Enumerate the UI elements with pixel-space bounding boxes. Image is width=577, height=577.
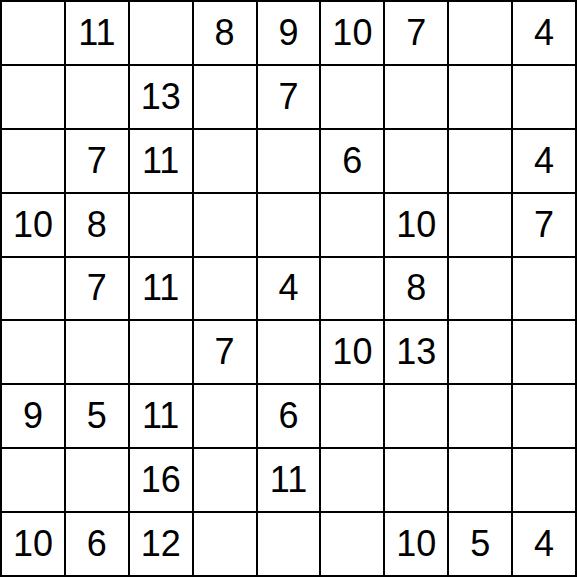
- cell-r4c9-clue[interactable]: 7: [513, 194, 575, 256]
- cell-r3c6-clue[interactable]: 6: [321, 130, 383, 192]
- cell-r5c1-empty[interactable]: [2, 258, 64, 320]
- cell-r1c1-empty[interactable]: [2, 2, 64, 64]
- cell-r4c3-empty[interactable]: [130, 194, 192, 256]
- cell-r5c7-clue[interactable]: 8: [385, 258, 447, 320]
- cell-r2c4-empty[interactable]: [194, 66, 256, 128]
- cell-r3c3-clue[interactable]: 11: [130, 130, 192, 192]
- cell-r4c6-empty[interactable]: [321, 194, 383, 256]
- cell-r1c2-clue[interactable]: 11: [66, 2, 128, 64]
- cell-r7c7-empty[interactable]: [385, 385, 447, 447]
- cell-r5c2-clue[interactable]: 7: [66, 258, 128, 320]
- cell-r1c5-clue[interactable]: 9: [258, 2, 320, 64]
- cell-r9c8-clue[interactable]: 5: [449, 513, 511, 575]
- cell-r2c6-empty[interactable]: [321, 66, 383, 128]
- cell-r5c6-empty[interactable]: [321, 258, 383, 320]
- cell-r3c8-empty[interactable]: [449, 130, 511, 192]
- cell-r9c6-empty[interactable]: [321, 513, 383, 575]
- cell-r6c1-empty[interactable]: [2, 321, 64, 383]
- cell-r4c7-clue[interactable]: 10: [385, 194, 447, 256]
- cell-r6c2-empty[interactable]: [66, 321, 128, 383]
- cell-r6c5-empty[interactable]: [258, 321, 320, 383]
- cell-r2c3-clue[interactable]: 13: [130, 66, 192, 128]
- cell-r2c8-empty[interactable]: [449, 66, 511, 128]
- cell-r5c9-empty[interactable]: [513, 258, 575, 320]
- cell-r8c9-empty[interactable]: [513, 449, 575, 511]
- cell-r9c1-clue[interactable]: 10: [2, 513, 64, 575]
- cell-r7c5-clue[interactable]: 6: [258, 385, 320, 447]
- cell-r2c9-empty[interactable]: [513, 66, 575, 128]
- cell-r6c3-empty[interactable]: [130, 321, 192, 383]
- cell-r1c4-clue[interactable]: 8: [194, 2, 256, 64]
- cell-r7c9-empty[interactable]: [513, 385, 575, 447]
- cell-r8c3-clue[interactable]: 16: [130, 449, 192, 511]
- cell-r3c9-clue[interactable]: 4: [513, 130, 575, 192]
- cell-r4c2-clue[interactable]: 8: [66, 194, 128, 256]
- cell-r9c4-empty[interactable]: [194, 513, 256, 575]
- cell-r5c8-empty[interactable]: [449, 258, 511, 320]
- cell-r2c1-empty[interactable]: [2, 66, 64, 128]
- cell-r1c9-clue[interactable]: 4: [513, 2, 575, 64]
- puzzle-board-wrapper: 1189107413771164108107711487101395116161…: [0, 0, 577, 577]
- cell-r3c2-clue[interactable]: 7: [66, 130, 128, 192]
- cell-r4c5-empty[interactable]: [258, 194, 320, 256]
- cell-r1c6-clue[interactable]: 10: [321, 2, 383, 64]
- cell-r8c2-empty[interactable]: [66, 449, 128, 511]
- cell-r7c2-clue[interactable]: 5: [66, 385, 128, 447]
- cell-r3c7-empty[interactable]: [385, 130, 447, 192]
- cell-r6c7-clue[interactable]: 13: [385, 321, 447, 383]
- cell-r4c1-clue[interactable]: 10: [2, 194, 64, 256]
- cell-r6c8-empty[interactable]: [449, 321, 511, 383]
- cell-r9c3-clue[interactable]: 12: [130, 513, 192, 575]
- cell-r5c3-clue[interactable]: 11: [130, 258, 192, 320]
- cell-r2c5-clue[interactable]: 7: [258, 66, 320, 128]
- cell-r6c9-empty[interactable]: [513, 321, 575, 383]
- cell-r9c9-clue[interactable]: 4: [513, 513, 575, 575]
- cell-r1c8-empty[interactable]: [449, 2, 511, 64]
- cell-r8c7-empty[interactable]: [385, 449, 447, 511]
- cell-r7c6-empty[interactable]: [321, 385, 383, 447]
- cell-r4c8-empty[interactable]: [449, 194, 511, 256]
- cell-r1c7-clue[interactable]: 7: [385, 2, 447, 64]
- cell-r6c4-clue[interactable]: 7: [194, 321, 256, 383]
- cell-r9c5-empty[interactable]: [258, 513, 320, 575]
- cell-r8c6-empty[interactable]: [321, 449, 383, 511]
- cell-r8c8-empty[interactable]: [449, 449, 511, 511]
- cell-r9c7-clue[interactable]: 10: [385, 513, 447, 575]
- cell-r8c4-empty[interactable]: [194, 449, 256, 511]
- cell-r3c1-empty[interactable]: [2, 130, 64, 192]
- cell-r2c2-empty[interactable]: [66, 66, 128, 128]
- cell-r7c3-clue[interactable]: 11: [130, 385, 192, 447]
- cell-r6c6-clue[interactable]: 10: [321, 321, 383, 383]
- cell-r7c4-empty[interactable]: [194, 385, 256, 447]
- puzzle-board: 1189107413771164108107711487101395116161…: [0, 0, 577, 577]
- cell-r3c4-empty[interactable]: [194, 130, 256, 192]
- cell-r7c8-empty[interactable]: [449, 385, 511, 447]
- cell-r3c5-empty[interactable]: [258, 130, 320, 192]
- cell-r5c4-empty[interactable]: [194, 258, 256, 320]
- cell-r2c7-empty[interactable]: [385, 66, 447, 128]
- cell-r5c5-clue[interactable]: 4: [258, 258, 320, 320]
- cell-r9c2-clue[interactable]: 6: [66, 513, 128, 575]
- cell-r8c1-empty[interactable]: [2, 449, 64, 511]
- cell-r8c5-clue[interactable]: 11: [258, 449, 320, 511]
- cell-r7c1-clue[interactable]: 9: [2, 385, 64, 447]
- cell-r1c3-empty[interactable]: [130, 2, 192, 64]
- cell-r4c4-empty[interactable]: [194, 194, 256, 256]
